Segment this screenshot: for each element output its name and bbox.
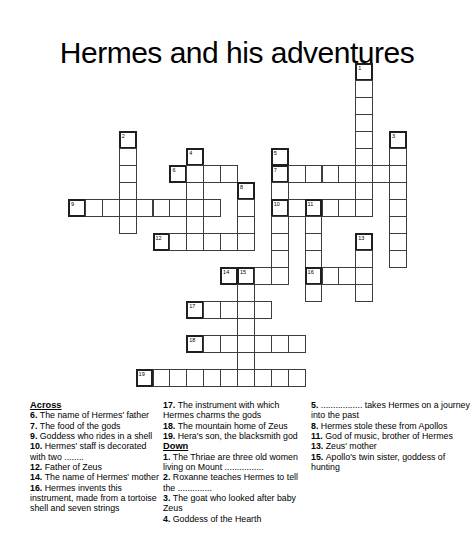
grid-cell[interactable] (203, 165, 221, 183)
grid-cell[interactable] (389, 250, 407, 268)
clue: 2. Roxanne teaches Hermes to tell the ..… (163, 472, 311, 493)
grid-cell[interactable] (203, 199, 221, 217)
grid-cell[interactable] (389, 165, 407, 183)
grid-cell[interactable] (389, 233, 407, 251)
grid-cell[interactable] (254, 335, 272, 353)
down-header: Down (163, 441, 311, 451)
grid-cell[interactable] (322, 165, 340, 183)
grid-cell[interactable] (186, 369, 204, 387)
grid-cell[interactable] (338, 199, 356, 217)
grid-cell[interactable]: 5 (271, 148, 289, 166)
clue-number: 3 (392, 133, 395, 139)
grid-cell[interactable]: 9 (68, 199, 86, 217)
grid-cell[interactable]: 2 (119, 131, 137, 149)
grid-cell[interactable]: 16 (305, 267, 323, 285)
clue-number: 1 (358, 65, 361, 71)
grid-cell[interactable] (355, 114, 373, 132)
grid-cell[interactable] (220, 233, 238, 251)
clue-number: 19 (139, 371, 145, 377)
grid-cell[interactable] (119, 148, 137, 166)
clue-number: 16 (308, 269, 314, 275)
grid-cell[interactable] (136, 199, 154, 217)
grid-cell[interactable] (305, 216, 323, 234)
clue: 16. Hermes invents this instrument, made… (30, 483, 163, 514)
grid-cell[interactable] (186, 233, 204, 251)
grid-cell[interactable] (153, 199, 171, 217)
grid-cell[interactable] (305, 250, 323, 268)
grid-cell[interactable]: 15 (237, 267, 255, 285)
grid-cell[interactable] (254, 369, 272, 387)
clue: 4. Goddess of the Hearth (163, 514, 311, 524)
grid-cell[interactable] (338, 267, 356, 285)
grid-cell[interactable] (203, 233, 221, 251)
grid-cell[interactable]: 11 (305, 199, 323, 217)
grid-cell[interactable] (203, 301, 221, 319)
grid-cell[interactable] (288, 369, 306, 387)
grid-cell[interactable] (254, 301, 272, 319)
grid-cell[interactable] (288, 165, 306, 183)
grid-cell[interactable] (169, 199, 187, 217)
grid-cell[interactable] (271, 369, 289, 387)
grid-cell[interactable] (271, 182, 289, 200)
grid-cell[interactable] (355, 199, 373, 217)
clue: 3. The goat who looked after baby Zeus (163, 493, 311, 514)
across-clues-continued: 17. The instrument with which Hermes cha… (163, 400, 311, 441)
grid-cell[interactable] (355, 267, 373, 285)
grid-cell[interactable] (355, 182, 373, 200)
clues-column-right: 5. ................. takes Hermes on a j… (311, 400, 471, 472)
grid-cell[interactable] (119, 199, 137, 217)
down-clues: 1. The Thriae are three old women living… (163, 452, 311, 524)
clue: 5. ................. takes Hermes on a j… (311, 400, 471, 421)
grid-cell[interactable] (355, 131, 373, 149)
grid-cell[interactable] (237, 284, 255, 302)
grid-cell[interactable] (271, 267, 289, 285)
grid-cell[interactable]: 19 (136, 369, 154, 387)
grid-cell[interactable] (237, 369, 255, 387)
grid-cell[interactable] (254, 267, 272, 285)
clue: 19. Hera's son, the blacksmith god (163, 431, 311, 441)
clue-number: 5 (274, 150, 277, 156)
clue-number: 6 (172, 167, 175, 173)
grid-cell[interactable] (237, 216, 255, 234)
grid-cell[interactable] (169, 369, 187, 387)
grid-cell[interactable] (186, 199, 204, 217)
grid-cell[interactable]: 6 (169, 165, 187, 183)
grid-cell[interactable] (203, 335, 221, 353)
clue-number: 13 (358, 235, 364, 241)
clues-column-middle: 17. The instrument with which Hermes cha… (163, 400, 311, 524)
grid-cell[interactable] (355, 148, 373, 166)
grid-cell[interactable]: 1 (355, 63, 373, 81)
grid-cell[interactable] (355, 284, 373, 302)
grid-cell[interactable] (355, 80, 373, 98)
grid-cell[interactable] (372, 165, 390, 183)
clue-number: 9 (71, 201, 74, 207)
grid-cell[interactable] (237, 301, 255, 319)
grid-cell[interactable]: 12 (153, 233, 171, 251)
grid-cell[interactable] (338, 165, 356, 183)
grid-cell[interactable] (305, 165, 323, 183)
clue: 17. The instrument with which Hermes cha… (163, 400, 311, 421)
grid-cell[interactable] (119, 216, 137, 234)
grid-cell[interactable] (220, 301, 238, 319)
grid-cell[interactable] (288, 335, 306, 353)
grid-cell[interactable]: 8 (237, 182, 255, 200)
grid-cell[interactable] (322, 267, 340, 285)
down-clues-continued: 5. ................. takes Hermes on a j… (311, 400, 471, 472)
grid-cell[interactable] (271, 216, 289, 234)
clue: 18. The mountain home of Zeus (163, 421, 311, 431)
crossword-grid: 12345678910111213141516171819 (0, 0, 474, 400)
grid-cell[interactable] (237, 199, 255, 217)
grid-cell[interactable] (305, 284, 323, 302)
grid-cell[interactable] (237, 318, 255, 336)
grid-cell[interactable] (271, 233, 289, 251)
grid-cell[interactable]: 4 (186, 148, 204, 166)
grid-cell[interactable] (220, 335, 238, 353)
clue: 13. Zeus' mother (311, 441, 471, 451)
grid-cell[interactable] (288, 199, 306, 217)
grid-cell[interactable] (203, 369, 221, 387)
grid-cell[interactable]: 13 (355, 233, 373, 251)
clue-number: 17 (189, 303, 195, 309)
clues-column-left: Across 6. The name of Hermes' father7. T… (30, 400, 163, 514)
grid-cell[interactable] (271, 250, 289, 268)
grid-cell[interactable] (355, 97, 373, 115)
clue-number: 8 (240, 184, 243, 190)
clue-number: 11 (308, 201, 314, 207)
grid-cell[interactable]: 14 (220, 267, 238, 285)
grid-cell[interactable] (85, 199, 103, 217)
grid-cell[interactable]: 7 (271, 165, 289, 183)
grid-cell[interactable] (186, 216, 204, 234)
clue-number: 18 (189, 337, 195, 343)
grid-cell[interactable]: 17 (186, 301, 204, 319)
grid-cell[interactable] (119, 182, 137, 200)
clue: 12. Father of Zeus (30, 462, 163, 472)
grid-cell[interactable] (237, 335, 255, 353)
clue-number: 12 (156, 235, 162, 241)
grid-cell[interactable] (271, 335, 289, 353)
grid-cell[interactable]: 10 (271, 199, 289, 217)
clue: 9. Goddess who rides in a shell (30, 431, 163, 441)
grid-cell[interactable] (322, 199, 340, 217)
grid-cell[interactable] (237, 352, 255, 370)
grid-cell[interactable] (119, 165, 137, 183)
across-clues: 6. The name of Hermes' father7. The food… (30, 410, 163, 513)
clue-number: 10 (274, 201, 280, 207)
grid-cell[interactable] (237, 233, 255, 251)
grid-cell[interactable]: 3 (389, 131, 407, 149)
clue: 10. Hermes' staff is decorated with two … (30, 441, 163, 462)
grid-cell[interactable] (169, 233, 187, 251)
grid-cell[interactable] (355, 250, 373, 268)
clue: 1. The Thriae are three old women living… (163, 452, 311, 473)
grid-cell[interactable] (186, 165, 204, 183)
clue-number: 14 (223, 269, 229, 275)
grid-cell[interactable] (102, 199, 120, 217)
clue: 14. The name of Hermes' mother (30, 472, 163, 482)
clue-number: 4 (189, 150, 192, 156)
grid-cell[interactable] (186, 182, 204, 200)
clue-number: 7 (274, 167, 277, 173)
clue-number: 15 (240, 269, 246, 275)
clue: 8. Hermes stole these from Apollos (311, 421, 471, 431)
grid-cell[interactable] (220, 165, 238, 183)
clue: 15. Apollo's twin sister, goddess of hun… (311, 452, 471, 473)
grid-cell[interactable] (389, 148, 407, 166)
grid-cell[interactable] (389, 182, 407, 200)
grid-cell[interactable] (220, 369, 238, 387)
clue: 7. The food of the gods (30, 421, 163, 431)
grid-cell[interactable] (355, 165, 373, 183)
grid-cell[interactable] (389, 199, 407, 217)
clue: 6. The name of Hermes' father (30, 410, 163, 420)
clue-number: 2 (122, 133, 125, 139)
clue: 11. God of music, brother of Hermes (311, 431, 471, 441)
grid-cell[interactable] (389, 216, 407, 234)
grid-cell[interactable] (305, 233, 323, 251)
grid-cell[interactable]: 18 (186, 335, 204, 353)
across-header: Across (30, 400, 163, 410)
grid-cell[interactable] (153, 369, 171, 387)
